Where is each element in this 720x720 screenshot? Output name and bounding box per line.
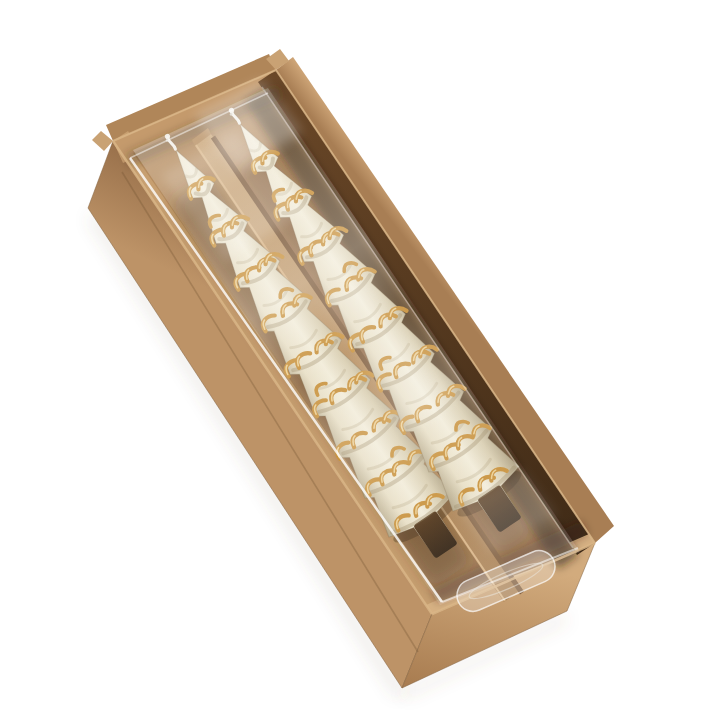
photo-stage (0, 0, 720, 720)
product-photo (0, 0, 720, 720)
